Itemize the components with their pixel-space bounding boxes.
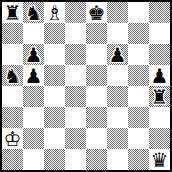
square-g2[interactable]	[128, 128, 149, 149]
square-f7[interactable]	[107, 23, 128, 44]
square-b5[interactable]: ♟	[23, 65, 44, 86]
square-g6[interactable]	[128, 44, 149, 65]
square-c5[interactable]	[44, 65, 65, 86]
square-a4[interactable]	[2, 86, 23, 107]
piece-black-queen-h1[interactable]: ♛	[151, 150, 169, 170]
square-g4[interactable]	[128, 86, 149, 107]
piece-black-pawn-f6[interactable]: ♟	[109, 45, 127, 65]
square-c4[interactable]	[44, 86, 65, 107]
chess-diagram: ♜♞♗♚♟♟♞♟♟♜♔♛	[0, 0, 172, 172]
square-h6[interactable]	[149, 44, 170, 65]
square-b2[interactable]	[23, 128, 44, 149]
square-a3[interactable]	[2, 107, 23, 128]
square-b7[interactable]	[23, 23, 44, 44]
square-d7[interactable]	[65, 23, 86, 44]
square-h1[interactable]: ♛	[149, 149, 170, 170]
square-a7[interactable]	[2, 23, 23, 44]
square-g3[interactable]	[128, 107, 149, 128]
square-f2[interactable]	[107, 128, 128, 149]
square-b3[interactable]	[23, 107, 44, 128]
square-e7[interactable]	[86, 23, 107, 44]
square-f1[interactable]	[107, 149, 128, 170]
piece-black-knight-a5[interactable]: ♞	[4, 66, 22, 86]
piece-black-rook-a8[interactable]: ♜	[4, 3, 22, 23]
square-d3[interactable]	[65, 107, 86, 128]
square-f5[interactable]	[107, 65, 128, 86]
square-d5[interactable]	[65, 65, 86, 86]
square-f8[interactable]	[107, 2, 128, 23]
piece-black-pawn-b5[interactable]: ♟	[25, 66, 43, 86]
square-b1[interactable]	[23, 149, 44, 170]
square-e5[interactable]	[86, 65, 107, 86]
square-a1[interactable]	[2, 149, 23, 170]
square-h7[interactable]	[149, 23, 170, 44]
square-c8[interactable]: ♗	[44, 2, 65, 23]
square-g7[interactable]	[128, 23, 149, 44]
square-a2[interactable]: ♔	[2, 128, 23, 149]
piece-white-king-a2[interactable]: ♔	[4, 129, 22, 149]
square-h8[interactable]	[149, 2, 170, 23]
square-h4[interactable]: ♜	[149, 86, 170, 107]
square-h2[interactable]	[149, 128, 170, 149]
square-e2[interactable]	[86, 128, 107, 149]
square-c3[interactable]	[44, 107, 65, 128]
square-b6[interactable]: ♟	[23, 44, 44, 65]
square-d8[interactable]	[65, 2, 86, 23]
square-b8[interactable]: ♞	[23, 2, 44, 23]
square-f6[interactable]: ♟	[107, 44, 128, 65]
square-e4[interactable]	[86, 86, 107, 107]
piece-black-pawn-b6[interactable]: ♟	[25, 45, 43, 65]
square-d2[interactable]	[65, 128, 86, 149]
piece-black-king-e8[interactable]: ♚	[88, 3, 106, 23]
square-d4[interactable]	[65, 86, 86, 107]
square-e6[interactable]	[86, 44, 107, 65]
square-e1[interactable]	[86, 149, 107, 170]
square-a8[interactable]: ♜	[2, 2, 23, 23]
piece-black-knight-b8[interactable]: ♞	[25, 3, 43, 23]
square-c2[interactable]	[44, 128, 65, 149]
square-g5[interactable]	[128, 65, 149, 86]
square-g1[interactable]	[128, 149, 149, 170]
square-c6[interactable]	[44, 44, 65, 65]
square-c1[interactable]	[44, 149, 65, 170]
square-h5[interactable]: ♟	[149, 65, 170, 86]
square-c7[interactable]	[44, 23, 65, 44]
piece-white-bishop-c8[interactable]: ♗	[46, 3, 64, 23]
square-d1[interactable]	[65, 149, 86, 170]
square-a5[interactable]: ♞	[2, 65, 23, 86]
square-a6[interactable]	[2, 44, 23, 65]
square-g8[interactable]	[128, 2, 149, 23]
square-e3[interactable]	[86, 107, 107, 128]
square-f3[interactable]	[107, 107, 128, 128]
square-f4[interactable]	[107, 86, 128, 107]
square-e8[interactable]: ♚	[86, 2, 107, 23]
square-h3[interactable]	[149, 107, 170, 128]
chess-board: ♜♞♗♚♟♟♞♟♟♜♔♛	[0, 0, 172, 172]
square-b4[interactable]	[23, 86, 44, 107]
square-d6[interactable]	[65, 44, 86, 65]
piece-black-rook-h4[interactable]: ♜	[151, 87, 169, 107]
piece-black-pawn-h5[interactable]: ♟	[151, 66, 169, 86]
